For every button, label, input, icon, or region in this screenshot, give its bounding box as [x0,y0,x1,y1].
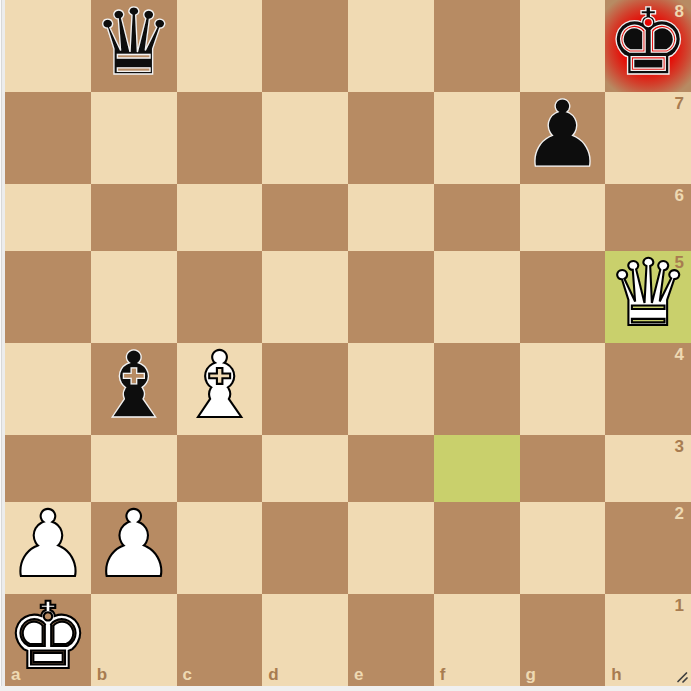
square-d5[interactable] [262,251,348,343]
square-b5[interactable] [91,251,177,343]
square-h2[interactable]: 2 [605,502,691,594]
rank-label-6: 6 [675,187,684,204]
rank-label-1: 1 [675,597,684,614]
square-e8[interactable] [348,0,434,92]
square-a6[interactable] [5,184,91,251]
file-label-g: g [526,666,536,683]
square-c7[interactable] [177,92,263,184]
square-d8[interactable] [262,0,348,92]
square-e1[interactable]: e [348,594,434,686]
white-pawn[interactable]: ♟ [92,499,174,591]
square-c2[interactable] [177,502,263,594]
square-d6[interactable] [262,184,348,251]
square-b8[interactable]: ♛ [91,0,177,92]
square-b7[interactable] [91,92,177,184]
white-bishop[interactable]: ♝ [178,340,260,432]
resize-handle-icon[interactable] [674,669,688,683]
file-label-h: h [611,666,621,683]
white-queen[interactable]: ♛ [607,248,689,340]
square-h5[interactable]: 5♛ [605,251,691,343]
square-a2[interactable]: ♟ [5,502,91,594]
square-a5[interactable] [5,251,91,343]
square-c3[interactable] [177,435,263,502]
square-g1[interactable]: g [520,594,606,686]
square-f7[interactable] [434,92,520,184]
square-g6[interactable] [520,184,606,251]
square-d7[interactable] [262,92,348,184]
square-f2[interactable] [434,502,520,594]
square-g5[interactable] [520,251,606,343]
white-king[interactable]: ♚ [7,591,89,683]
rank-label-4: 4 [675,346,684,363]
black-king[interactable]: ♚ [607,0,689,89]
square-h7[interactable]: 7 [605,92,691,184]
square-c8[interactable] [177,0,263,92]
square-g4[interactable] [520,343,606,435]
rank-label-2: 2 [675,505,684,522]
square-e3[interactable] [348,435,434,502]
file-label-d: d [268,666,278,683]
square-d1[interactable]: d [262,594,348,686]
rank-label-7: 7 [675,95,684,112]
square-f8[interactable] [434,0,520,92]
square-e2[interactable] [348,502,434,594]
square-e6[interactable] [348,184,434,251]
square-h4[interactable]: 4 [605,343,691,435]
square-g7[interactable]: ♟ [520,92,606,184]
square-f6[interactable] [434,184,520,251]
square-f1[interactable]: f [434,594,520,686]
rank-label-3: 3 [675,438,684,455]
square-e7[interactable] [348,92,434,184]
square-d2[interactable] [262,502,348,594]
square-a7[interactable] [5,92,91,184]
square-a1[interactable]: a♚ [5,594,91,686]
square-h3[interactable]: 3 [605,435,691,502]
square-f5[interactable] [434,251,520,343]
square-g8[interactable] [520,0,606,92]
square-f4[interactable] [434,343,520,435]
square-d3[interactable] [262,435,348,502]
square-g2[interactable] [520,502,606,594]
square-e4[interactable] [348,343,434,435]
square-c1[interactable]: c [177,594,263,686]
square-c5[interactable] [177,251,263,343]
square-b4[interactable]: ♝ [91,343,177,435]
black-queen[interactable]: ♛ [92,0,174,89]
square-e5[interactable] [348,251,434,343]
square-c4[interactable]: ♝ [177,343,263,435]
square-b2[interactable]: ♟ [91,502,177,594]
chess-board: ♛8♚♟765♛♝♝43♟♟2a♚bcdefg1h [5,0,691,686]
square-d4[interactable] [262,343,348,435]
file-label-c: c [183,666,192,683]
square-h8[interactable]: 8♚ [605,0,691,92]
black-bishop[interactable]: ♝ [92,340,174,432]
file-label-e: e [354,666,363,683]
file-label-b: b [97,666,107,683]
white-pawn[interactable]: ♟ [7,499,89,591]
square-b1[interactable]: b [91,594,177,686]
black-pawn[interactable]: ♟ [521,89,603,181]
page-gutter-bottom [0,686,691,691]
square-f3[interactable] [434,435,520,502]
square-c6[interactable] [177,184,263,251]
square-b6[interactable] [91,184,177,251]
square-a8[interactable] [5,0,91,92]
square-g3[interactable] [520,435,606,502]
file-label-f: f [440,666,446,683]
square-a4[interactable] [5,343,91,435]
